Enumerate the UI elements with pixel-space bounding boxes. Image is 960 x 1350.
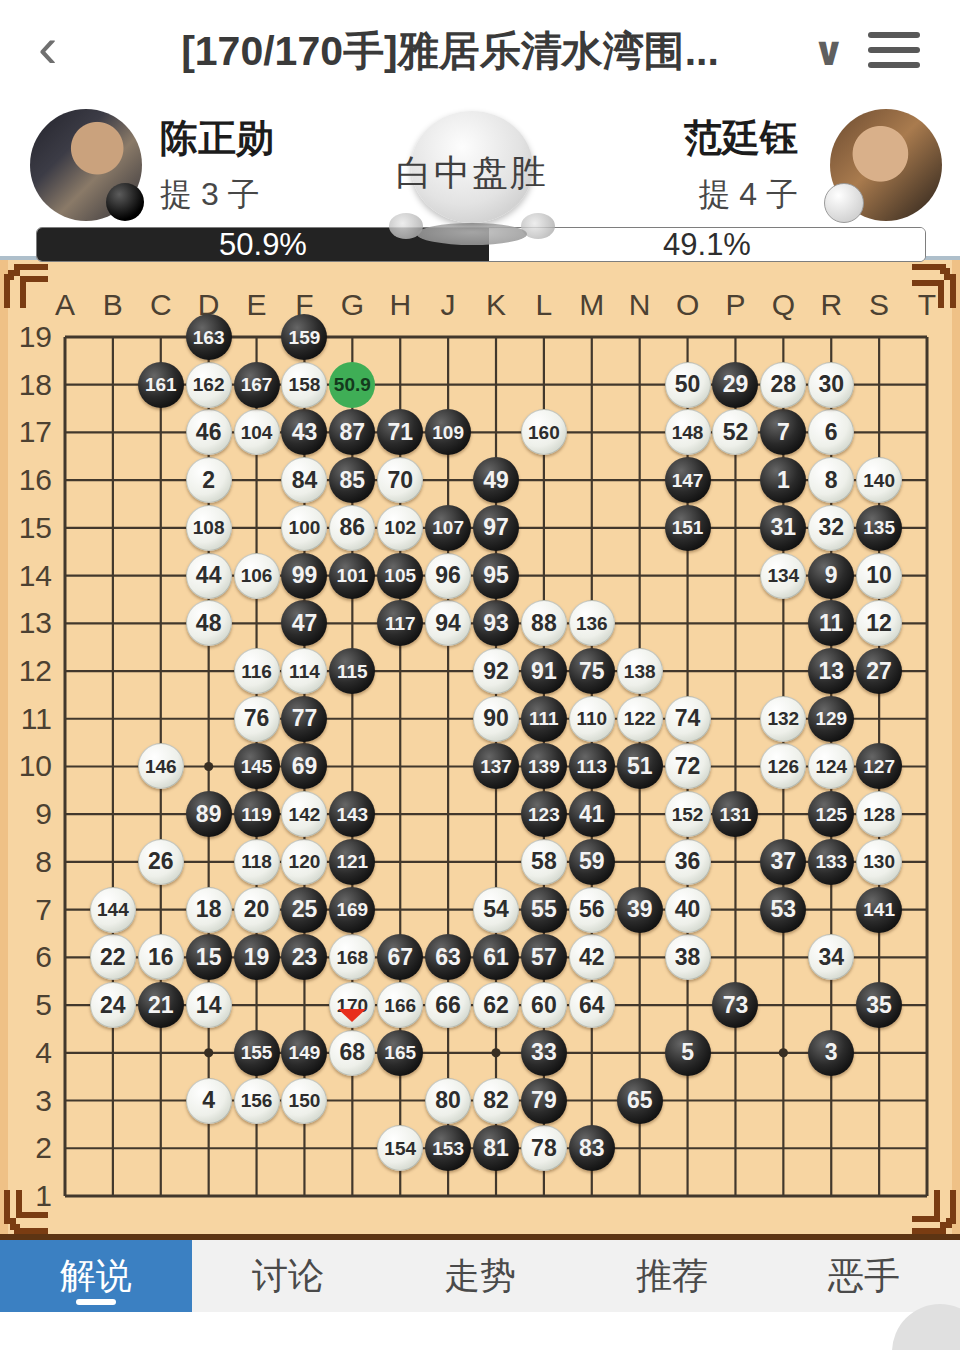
stone-q14-move-134[interactable]: 134 xyxy=(760,553,806,599)
move-number: 124 xyxy=(815,757,847,776)
stone-l17-move-160[interactable]: 160 xyxy=(521,409,567,455)
move-number: 169 xyxy=(336,900,368,919)
stone-d18-move-162[interactable]: 162 xyxy=(186,362,232,408)
move-number: 154 xyxy=(384,1139,416,1158)
ai-hint-winrate: 50.9 xyxy=(334,375,371,394)
stone-k12-move-92[interactable]: 92 xyxy=(473,648,519,694)
move-number: 66 xyxy=(435,994,461,1017)
stone-m8-move-59[interactable]: 59 xyxy=(569,839,615,885)
stone-n12-move-138[interactable]: 138 xyxy=(617,648,663,694)
stone-d13-move-48[interactable]: 48 xyxy=(186,600,232,646)
move-number: 85 xyxy=(340,469,366,492)
move-number: 100 xyxy=(289,518,321,537)
move-number: 55 xyxy=(531,898,557,921)
move-number: 118 xyxy=(241,852,272,871)
move-number: 109 xyxy=(432,423,464,442)
move-number: 113 xyxy=(576,757,607,776)
stone-o18-move-50[interactable]: 50 xyxy=(665,362,711,408)
stone-e12-move-116[interactable]: 116 xyxy=(234,648,280,694)
stone-d6-move-15[interactable]: 15 xyxy=(186,934,232,980)
move-number: 151 xyxy=(672,518,704,537)
stone-m11-move-110[interactable]: 110 xyxy=(569,696,615,742)
move-number: 158 xyxy=(289,375,321,394)
stone-c8-move-26[interactable]: 26 xyxy=(138,839,184,885)
move-number: 13 xyxy=(818,660,844,683)
stone-d14-move-44[interactable]: 44 xyxy=(186,553,232,599)
move-number: 12 xyxy=(866,612,892,635)
move-number: 146 xyxy=(145,757,177,776)
move-number: 50 xyxy=(675,373,701,396)
move-number: 9 xyxy=(825,564,838,587)
move-number: 140 xyxy=(863,471,895,490)
move-number: 72 xyxy=(675,755,701,778)
move-number: 87 xyxy=(340,421,366,444)
stone-j3-move-80[interactable]: 80 xyxy=(425,1078,471,1124)
move-number: 58 xyxy=(531,850,557,873)
stone-n3-move-65[interactable]: 65 xyxy=(617,1078,663,1124)
move-number: 119 xyxy=(241,805,272,824)
stone-h15-move-102[interactable]: 102 xyxy=(377,505,423,551)
move-number: 114 xyxy=(289,662,320,681)
move-number: 160 xyxy=(528,423,560,442)
move-number: 145 xyxy=(241,757,273,776)
corner-ornament xyxy=(2,1186,52,1236)
stone-k14-move-95[interactable]: 95 xyxy=(473,553,519,599)
move-number: 28 xyxy=(771,373,797,396)
move-number: 20 xyxy=(244,898,270,921)
move-number: 155 xyxy=(241,1043,273,1062)
move-number: 108 xyxy=(193,518,225,537)
move-number: 148 xyxy=(672,423,704,442)
stone-f11-move-77[interactable]: 77 xyxy=(281,696,327,742)
stone-o4-move-5[interactable]: 5 xyxy=(665,1030,711,1076)
tab-label: 推荐 xyxy=(636,1252,708,1301)
stone-m7-move-56[interactable]: 56 xyxy=(569,887,615,933)
stone-d16-move-2[interactable]: 2 xyxy=(186,457,232,503)
stone-k3-move-82[interactable]: 82 xyxy=(473,1078,519,1124)
move-number: 94 xyxy=(435,612,461,635)
move-number: 136 xyxy=(576,614,608,633)
move-number: 81 xyxy=(483,1137,509,1160)
move-number: 133 xyxy=(815,852,847,871)
stone-s16-move-140[interactable]: 140 xyxy=(856,457,902,503)
stone-g4-move-68[interactable]: 68 xyxy=(329,1030,375,1076)
stone-q7-move-53[interactable]: 53 xyxy=(760,887,806,933)
stone-d3-move-4[interactable]: 4 xyxy=(186,1078,232,1124)
stone-l5-move-60[interactable]: 60 xyxy=(521,982,567,1028)
stone-n7-move-39[interactable]: 39 xyxy=(617,887,663,933)
move-number: 53 xyxy=(771,898,797,921)
tab-label: 走势 xyxy=(444,1252,516,1301)
move-number: 167 xyxy=(241,375,273,394)
move-number: 10 xyxy=(866,564,892,587)
hamburger-menu-icon[interactable] xyxy=(868,32,920,72)
stone-h4-move-165[interactable]: 165 xyxy=(377,1030,423,1076)
corner-ornament xyxy=(908,262,958,312)
stone-f18-move-158[interactable]: 158 xyxy=(281,362,327,408)
stone-k5-move-62[interactable]: 62 xyxy=(473,982,519,1028)
stone-p18-move-29[interactable]: 29 xyxy=(712,362,758,408)
stone-s5-move-35[interactable]: 35 xyxy=(856,982,902,1028)
stone-q8-move-37[interactable]: 37 xyxy=(760,839,806,885)
stone-s12-move-27[interactable]: 27 xyxy=(856,648,902,694)
stone-c10-move-146[interactable]: 146 xyxy=(138,743,184,789)
move-number: 163 xyxy=(193,328,225,347)
move-number: 2 xyxy=(202,469,215,492)
stone-l4-move-33[interactable]: 33 xyxy=(521,1030,567,1076)
move-number: 144 xyxy=(97,900,129,919)
menu-bar xyxy=(868,32,920,38)
stone-o10-move-72[interactable]: 72 xyxy=(665,743,711,789)
move-number: 77 xyxy=(292,707,318,730)
move-number: 7 xyxy=(777,421,790,444)
move-number: 117 xyxy=(385,614,416,633)
move-number: 159 xyxy=(289,328,321,347)
stone-m6-move-42[interactable]: 42 xyxy=(569,934,615,980)
move-number: 62 xyxy=(483,994,509,1017)
stone-s8-move-130[interactable]: 130 xyxy=(856,839,902,885)
stone-d17-move-46[interactable]: 46 xyxy=(186,409,232,455)
move-number: 30 xyxy=(818,373,844,396)
stone-l13-move-88[interactable]: 88 xyxy=(521,600,567,646)
tab-讨论[interactable]: 讨论 xyxy=(192,1240,384,1312)
stone-l2-move-78[interactable]: 78 xyxy=(521,1125,567,1171)
move-number: 31 xyxy=(771,516,797,539)
move-number: 107 xyxy=(432,518,464,537)
result-emblem: 白中盘胜 xyxy=(403,111,541,237)
stone-c6-move-16[interactable]: 16 xyxy=(138,934,184,980)
go-board[interactable]: ABCDEFGHJKLMNOPQRST191817161514131211109… xyxy=(0,260,960,1240)
move-number: 96 xyxy=(435,564,461,587)
tab-label: 解说 xyxy=(60,1252,132,1301)
stone-k2-move-81[interactable]: 81 xyxy=(473,1125,519,1171)
stone-o6-move-38[interactable]: 38 xyxy=(665,934,711,980)
move-number: 25 xyxy=(292,898,318,921)
stone-e18-move-167[interactable]: 167 xyxy=(234,362,280,408)
stone-g15-move-86[interactable]: 86 xyxy=(329,505,375,551)
stone-j5-move-66[interactable]: 66 xyxy=(425,982,471,1028)
move-number: 91 xyxy=(531,660,557,683)
active-tab-underline xyxy=(76,1299,116,1305)
move-number: 111 xyxy=(529,709,559,728)
move-number: 120 xyxy=(289,852,321,871)
stone-g8-move-121[interactable]: 121 xyxy=(329,839,375,885)
stone-e4-move-155[interactable]: 155 xyxy=(234,1030,280,1076)
move-number: 90 xyxy=(483,707,509,730)
stone-e10-move-145[interactable]: 145 xyxy=(234,743,280,789)
move-number: 129 xyxy=(815,709,847,728)
stone-e17-move-104[interactable]: 104 xyxy=(234,409,280,455)
move-number: 123 xyxy=(528,805,560,824)
move-number: 162 xyxy=(193,375,225,394)
move-number: 99 xyxy=(292,564,318,587)
move-number: 102 xyxy=(384,518,416,537)
move-number: 63 xyxy=(435,946,461,969)
move-number: 5 xyxy=(681,1041,694,1064)
move-number: 57 xyxy=(531,946,557,969)
white-winrate: 49.1% xyxy=(489,228,925,261)
stone-r12-move-13[interactable]: 13 xyxy=(808,648,854,694)
move-number: 56 xyxy=(579,898,605,921)
move-number: 54 xyxy=(483,898,509,921)
move-number: 147 xyxy=(672,471,704,490)
stone-f15-move-100[interactable]: 100 xyxy=(281,505,327,551)
tab-解说[interactable]: 解说 xyxy=(0,1240,192,1312)
move-number: 8 xyxy=(825,469,838,492)
move-number: 138 xyxy=(624,662,656,681)
stone-l8-move-58[interactable]: 58 xyxy=(521,839,567,885)
move-number: 46 xyxy=(196,421,222,444)
move-number: 80 xyxy=(435,1089,461,1112)
stone-g7-move-169[interactable]: 169 xyxy=(329,887,375,933)
move-number: 131 xyxy=(720,805,752,824)
stone-e9-move-119[interactable]: 119 xyxy=(234,791,280,837)
stone-d7-move-18[interactable]: 18 xyxy=(186,887,232,933)
move-number: 137 xyxy=(480,757,512,776)
stone-e3-move-156[interactable]: 156 xyxy=(234,1078,280,1124)
move-number: 135 xyxy=(863,518,895,537)
stone-r15-move-32[interactable]: 32 xyxy=(808,505,854,551)
ai-hint-stone[interactable]: 50.9 xyxy=(329,362,375,408)
move-number: 23 xyxy=(292,946,318,969)
tab-走势[interactable]: 走势 xyxy=(384,1240,576,1312)
move-number: 47 xyxy=(292,612,318,635)
move-number: 43 xyxy=(292,421,318,444)
black-stone-badge xyxy=(106,183,144,221)
move-number: 79 xyxy=(531,1089,557,1112)
stone-d9-move-89[interactable]: 89 xyxy=(186,791,232,837)
move-number: 75 xyxy=(579,660,605,683)
move-number: 15 xyxy=(196,946,222,969)
stone-k13-move-93[interactable]: 93 xyxy=(473,600,519,646)
stone-m5-move-64[interactable]: 64 xyxy=(569,982,615,1028)
back-icon[interactable]: ‹ xyxy=(38,14,57,80)
chevron-down-icon[interactable]: ∨ xyxy=(813,28,845,74)
stone-m9-move-41[interactable]: 41 xyxy=(569,791,615,837)
move-number: 37 xyxy=(771,850,797,873)
move-number: 3 xyxy=(825,1041,838,1064)
stone-c18-move-161[interactable]: 161 xyxy=(138,362,184,408)
last-move-marker xyxy=(338,1009,366,1022)
move-number: 11 xyxy=(819,612,843,635)
move-number: 86 xyxy=(340,516,366,539)
move-number: 97 xyxy=(483,516,509,539)
move-number: 93 xyxy=(483,612,509,635)
menu-bar xyxy=(868,62,920,68)
move-number: 127 xyxy=(863,757,895,776)
stone-k7-move-54[interactable]: 54 xyxy=(473,887,519,933)
move-number: 122 xyxy=(624,709,656,728)
move-number: 128 xyxy=(863,805,895,824)
move-number: 36 xyxy=(675,850,701,873)
stone-l11-move-111[interactable]: 111 xyxy=(521,696,567,742)
move-number: 110 xyxy=(576,709,607,728)
move-number: 165 xyxy=(384,1043,416,1062)
menu-bar xyxy=(868,47,920,53)
stone-b6-move-22[interactable]: 22 xyxy=(90,934,136,980)
move-number: 116 xyxy=(241,662,272,681)
stone-l3-move-79[interactable]: 79 xyxy=(521,1078,567,1124)
stone-m10-move-113[interactable]: 113 xyxy=(569,743,615,789)
move-number: 76 xyxy=(244,707,270,730)
right-player-name: 范廷钰 xyxy=(684,113,798,164)
stone-d15-move-108[interactable]: 108 xyxy=(186,505,232,551)
move-number: 32 xyxy=(818,516,844,539)
move-number: 88 xyxy=(531,612,557,635)
stone-l6-move-57[interactable]: 57 xyxy=(521,934,567,980)
tab-推荐[interactable]: 推荐 xyxy=(576,1240,768,1312)
stone-q11-move-132[interactable]: 132 xyxy=(760,696,806,742)
move-number: 142 xyxy=(289,805,321,824)
header: ‹ [170/170手]雅居乐清水湾围... ∨ xyxy=(0,0,960,95)
move-number: 42 xyxy=(579,946,605,969)
move-number: 150 xyxy=(289,1091,321,1110)
move-number: 105 xyxy=(384,566,416,585)
move-number: 73 xyxy=(723,994,749,1017)
move-number: 71 xyxy=(387,421,413,444)
move-number: 4 xyxy=(202,1089,215,1112)
move-number: 21 xyxy=(148,994,174,1017)
move-number: 126 xyxy=(767,757,799,776)
stone-c5-move-21[interactable]: 21 xyxy=(138,982,184,1028)
stone-l9-move-123[interactable]: 123 xyxy=(521,791,567,837)
move-number: 74 xyxy=(675,707,701,730)
move-number: 141 xyxy=(863,900,895,919)
stone-h14-move-105[interactable]: 105 xyxy=(377,553,423,599)
stone-e11-move-76[interactable]: 76 xyxy=(234,696,280,742)
corner-ornament xyxy=(2,262,52,312)
move-number: 106 xyxy=(241,566,273,585)
move-number: 156 xyxy=(241,1091,273,1110)
move-number: 69 xyxy=(292,755,318,778)
stone-k11-move-90[interactable]: 90 xyxy=(473,696,519,742)
result-text: 白中盘胜 xyxy=(382,149,562,198)
stone-m2-move-83[interactable]: 83 xyxy=(569,1125,615,1171)
move-number: 104 xyxy=(241,423,273,442)
move-number: 101 xyxy=(336,566,368,585)
stone-r8-move-133[interactable]: 133 xyxy=(808,839,854,885)
move-number: 18 xyxy=(196,898,222,921)
stone-o7-move-40[interactable]: 40 xyxy=(665,887,711,933)
move-number: 115 xyxy=(337,662,368,681)
stone-r4-move-3[interactable]: 3 xyxy=(808,1030,854,1076)
stone-f3-move-150[interactable]: 150 xyxy=(281,1078,327,1124)
stone-q18-move-28[interactable]: 28 xyxy=(760,362,806,408)
tab-label: 讨论 xyxy=(252,1252,324,1301)
move-number: 153 xyxy=(432,1139,464,1158)
stone-s9-move-128[interactable]: 128 xyxy=(856,791,902,837)
stone-r14-move-9[interactable]: 9 xyxy=(808,553,854,599)
stone-o17-move-148[interactable]: 148 xyxy=(665,409,711,455)
stone-o11-move-74[interactable]: 74 xyxy=(665,696,711,742)
stone-o15-move-151[interactable]: 151 xyxy=(665,505,711,551)
stone-o16-move-147[interactable]: 147 xyxy=(665,457,711,503)
stone-k15-move-97[interactable]: 97 xyxy=(473,505,519,551)
stone-s15-move-135[interactable]: 135 xyxy=(856,505,902,551)
stone-b7-move-144[interactable]: 144 xyxy=(90,887,136,933)
move-number: 70 xyxy=(387,469,413,492)
move-number: 29 xyxy=(723,373,749,396)
stone-o8-move-36[interactable]: 36 xyxy=(665,839,711,885)
move-number: 149 xyxy=(289,1043,321,1062)
move-number: 14 xyxy=(196,994,222,1017)
move-number: 78 xyxy=(531,1137,557,1160)
move-number: 83 xyxy=(579,1137,605,1160)
move-number: 121 xyxy=(336,852,368,871)
move-number: 68 xyxy=(340,1041,366,1064)
move-number: 168 xyxy=(336,948,368,967)
stone-e6-move-19[interactable]: 19 xyxy=(234,934,280,980)
stone-n10-move-51[interactable]: 51 xyxy=(617,743,663,789)
stone-j14-move-96[interactable]: 96 xyxy=(425,553,471,599)
stone-n11-move-122[interactable]: 122 xyxy=(617,696,663,742)
tab-恶手[interactable]: 恶手 xyxy=(768,1240,960,1312)
move-number: 24 xyxy=(100,994,126,1017)
tab-label: 恶手 xyxy=(828,1252,900,1301)
emblem-base xyxy=(417,223,527,245)
move-number: 22 xyxy=(100,946,126,969)
stone-f14-move-99[interactable]: 99 xyxy=(281,553,327,599)
stone-s7-move-141[interactable]: 141 xyxy=(856,887,902,933)
move-number: 1 xyxy=(777,469,790,492)
stone-e7-move-20[interactable]: 20 xyxy=(234,887,280,933)
stone-r11-move-129[interactable]: 129 xyxy=(808,696,854,742)
page-title: [170/170手]雅居乐清水湾围... xyxy=(120,24,780,79)
stone-l7-move-55[interactable]: 55 xyxy=(521,887,567,933)
move-number: 16 xyxy=(148,946,174,969)
stone-g14-move-101[interactable]: 101 xyxy=(329,553,375,599)
footer xyxy=(0,1312,960,1350)
move-number: 64 xyxy=(579,994,605,1017)
move-number: 152 xyxy=(672,805,704,824)
stone-e14-move-106[interactable]: 106 xyxy=(234,553,280,599)
white-stone-badge xyxy=(824,183,864,223)
stone-j15-move-107[interactable]: 107 xyxy=(425,505,471,551)
stone-b5-move-24[interactable]: 24 xyxy=(90,982,136,1028)
stone-d19-move-163[interactable]: 163 xyxy=(186,314,232,360)
stone-d5-move-14[interactable]: 14 xyxy=(186,982,232,1028)
stone-f7-move-25[interactable]: 25 xyxy=(281,887,327,933)
move-number: 51 xyxy=(627,755,653,778)
stone-o9-move-152[interactable]: 152 xyxy=(665,791,711,837)
move-number: 60 xyxy=(531,994,557,1017)
move-number: 139 xyxy=(528,757,560,776)
stone-h5-move-166[interactable]: 166 xyxy=(377,982,423,1028)
move-number: 44 xyxy=(196,564,222,587)
move-number: 40 xyxy=(675,898,701,921)
move-number: 82 xyxy=(483,1089,509,1112)
move-number: 48 xyxy=(196,612,222,635)
left-player-name: 陈正勋 xyxy=(160,113,274,164)
move-number: 132 xyxy=(767,709,799,728)
move-number: 6 xyxy=(825,421,838,444)
move-number: 33 xyxy=(531,1041,557,1064)
move-number: 39 xyxy=(627,898,653,921)
stone-r18-move-30[interactable]: 30 xyxy=(808,362,854,408)
move-number: 34 xyxy=(818,946,844,969)
stone-m13-move-136[interactable]: 136 xyxy=(569,600,615,646)
stone-l12-move-91[interactable]: 91 xyxy=(521,648,567,694)
stone-e8-move-118[interactable]: 118 xyxy=(234,839,280,885)
stone-f4-move-149[interactable]: 149 xyxy=(281,1030,327,1076)
stone-m12-move-75[interactable]: 75 xyxy=(569,648,615,694)
stone-q15-move-31[interactable]: 31 xyxy=(760,505,806,551)
stone-s14-move-10[interactable]: 10 xyxy=(856,553,902,599)
move-number: 38 xyxy=(675,946,701,969)
move-number: 143 xyxy=(336,805,368,824)
stone-k16-move-49[interactable]: 49 xyxy=(473,457,519,503)
move-number: 27 xyxy=(866,660,892,683)
